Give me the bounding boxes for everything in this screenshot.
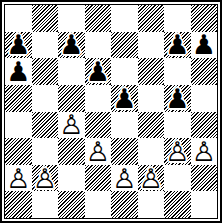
square-e7[interactable]: [111, 32, 138, 59]
square-c7[interactable]: ♟♟: [58, 32, 85, 59]
white-pawn[interactable]: ♟♙: [58, 112, 85, 139]
square-f2[interactable]: ♟♙: [138, 165, 165, 192]
black-pawn[interactable]: ♟♟: [164, 32, 191, 59]
square-b6[interactable]: [32, 58, 59, 85]
square-h3[interactable]: ♟♙: [191, 138, 218, 165]
square-h2[interactable]: [191, 165, 218, 192]
black-pawn[interactable]: ♟♟: [164, 85, 191, 112]
black-pawn[interactable]: ♟♟: [191, 32, 218, 59]
square-f5[interactable]: [138, 85, 165, 112]
square-a6[interactable]: ♟♟: [5, 58, 32, 85]
white-pawn-glyph: ♙: [111, 165, 138, 192]
black-pawn[interactable]: ♟♟: [58, 32, 85, 59]
square-b4[interactable]: [32, 112, 59, 139]
black-pawn-glyph: ♟: [191, 32, 218, 59]
square-f1[interactable]: [138, 191, 165, 218]
square-d3[interactable]: ♟♙: [85, 138, 112, 165]
black-pawn-glyph: ♟: [5, 58, 32, 85]
square-h7[interactable]: ♟♟: [191, 32, 218, 59]
square-g3[interactable]: ♟♙: [164, 138, 191, 165]
white-pawn[interactable]: ♟♙: [138, 165, 165, 192]
white-pawn-glyph: ♙: [138, 165, 165, 192]
square-c2[interactable]: [58, 165, 85, 192]
white-pawn[interactable]: ♟♙: [164, 138, 191, 165]
square-c1[interactable]: [58, 191, 85, 218]
white-pawn-glyph: ♙: [85, 138, 112, 165]
square-e6[interactable]: [111, 58, 138, 85]
square-b1[interactable]: [32, 191, 59, 218]
square-d6[interactable]: ♟♟: [85, 58, 112, 85]
square-a8[interactable]: [5, 5, 32, 32]
white-pawn[interactable]: ♟♙: [85, 138, 112, 165]
square-f4[interactable]: [138, 112, 165, 139]
square-d5[interactable]: [85, 85, 112, 112]
square-a5[interactable]: [5, 85, 32, 112]
square-a3[interactable]: [5, 138, 32, 165]
white-pawn[interactable]: ♟♙: [32, 165, 59, 192]
square-a7[interactable]: ♟♟: [5, 32, 32, 59]
square-h4[interactable]: [191, 112, 218, 139]
black-pawn-glyph: ♟: [5, 32, 32, 59]
white-pawn[interactable]: ♟♙: [111, 165, 138, 192]
square-a2[interactable]: ♟♙: [5, 165, 32, 192]
white-pawn-glyph: ♙: [32, 165, 59, 192]
square-b7[interactable]: [32, 32, 59, 59]
square-d7[interactable]: [85, 32, 112, 59]
black-pawn[interactable]: ♟♟: [5, 32, 32, 59]
square-f7[interactable]: [138, 32, 165, 59]
square-b3[interactable]: [32, 138, 59, 165]
black-pawn-glyph: ♟: [111, 85, 138, 112]
white-pawn[interactable]: ♟♙: [5, 165, 32, 192]
square-c5[interactable]: [58, 85, 85, 112]
square-h6[interactable]: [191, 58, 218, 85]
white-pawn[interactable]: ♟♙: [191, 138, 218, 165]
black-pawn-glyph: ♟: [164, 85, 191, 112]
square-f3[interactable]: [138, 138, 165, 165]
square-c4[interactable]: ♟♙: [58, 112, 85, 139]
square-f8[interactable]: [138, 5, 165, 32]
square-e3[interactable]: [111, 138, 138, 165]
chess-board: ♟♟♟♟♟♟♟♟♟♟♟♟♟♟♟♟♟♙♟♙♟♙♟♙♟♙♟♙♟♙♟♙: [4, 4, 218, 219]
black-pawn-glyph: ♟: [85, 58, 112, 85]
square-e8[interactable]: [111, 5, 138, 32]
square-e4[interactable]: [111, 112, 138, 139]
square-g8[interactable]: [164, 5, 191, 32]
square-d2[interactable]: [85, 165, 112, 192]
square-f6[interactable]: [138, 58, 165, 85]
square-c3[interactable]: [58, 138, 85, 165]
square-c8[interactable]: [58, 5, 85, 32]
square-b5[interactable]: [32, 85, 59, 112]
square-e5[interactable]: ♟♟: [111, 85, 138, 112]
square-b2[interactable]: ♟♙: [32, 165, 59, 192]
square-g5[interactable]: ♟♟: [164, 85, 191, 112]
chess-diagram: ♟♟♟♟♟♟♟♟♟♟♟♟♟♟♟♟♟♙♟♙♟♙♟♙♟♙♟♙♟♙♟♙: [0, 0, 222, 223]
square-g4[interactable]: [164, 112, 191, 139]
square-d1[interactable]: [85, 191, 112, 218]
white-pawn-glyph: ♙: [191, 138, 218, 165]
square-g6[interactable]: [164, 58, 191, 85]
square-e2[interactable]: ♟♙: [111, 165, 138, 192]
square-h5[interactable]: [191, 85, 218, 112]
square-b8[interactable]: [32, 5, 59, 32]
square-c6[interactable]: [58, 58, 85, 85]
square-a1[interactable]: [5, 191, 32, 218]
black-pawn[interactable]: ♟♟: [5, 58, 32, 85]
square-h8[interactable]: [191, 5, 218, 32]
square-a4[interactable]: [5, 112, 32, 139]
square-e1[interactable]: [111, 191, 138, 218]
white-pawn-glyph: ♙: [58, 112, 85, 139]
black-pawn-glyph: ♟: [164, 32, 191, 59]
white-pawn-glyph: ♙: [5, 165, 32, 192]
square-h1[interactable]: [191, 191, 218, 218]
black-pawn[interactable]: ♟♟: [85, 58, 112, 85]
white-pawn-glyph: ♙: [164, 138, 191, 165]
square-d8[interactable]: [85, 5, 112, 32]
square-g1[interactable]: [164, 191, 191, 218]
black-pawn-glyph: ♟: [58, 32, 85, 59]
square-g2[interactable]: [164, 165, 191, 192]
black-pawn[interactable]: ♟♟: [111, 85, 138, 112]
square-g7[interactable]: ♟♟: [164, 32, 191, 59]
square-d4[interactable]: [85, 112, 112, 139]
